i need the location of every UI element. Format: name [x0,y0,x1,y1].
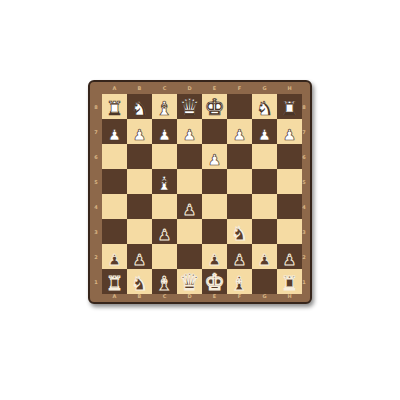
black-pawn-d4[interactable]: ♟ [183,203,196,218]
white-pawn-b7[interactable]: ♟ [133,128,146,143]
square-b3[interactable] [127,219,152,244]
square-b2[interactable]: ♟ [127,244,152,269]
square-d3[interactable] [177,219,202,244]
white-pawn-d7[interactable]: ♟ [183,128,196,143]
black-pawn-f2[interactable]: ♟ [233,253,246,268]
white-king-e8[interactable]: ♚ [204,96,225,119]
square-e5[interactable] [202,169,227,194]
square-e6[interactable]: ♟ [202,144,227,169]
square-a4[interactable] [102,194,127,219]
square-b5[interactable] [127,169,152,194]
square-f2[interactable]: ♟ [227,244,252,269]
square-a5[interactable] [102,169,127,194]
rank-label-left-2: 2 [91,244,101,269]
square-f6[interactable] [227,144,252,169]
square-c3[interactable]: ♟ [152,219,177,244]
square-g4[interactable] [252,194,277,219]
rank-label-right-4: 4 [299,194,309,219]
black-knight-b1[interactable]: ♞ [131,274,148,293]
rank-label-left-6: 6 [91,144,101,169]
square-f4[interactable] [227,194,252,219]
file-label-top-h: H [277,83,302,93]
white-pawn-g7[interactable]: ♟ [258,128,271,143]
square-d4[interactable]: ♟ [177,194,202,219]
board-grid: ♜♞♝♛♚♞♜♟♟♟♟♟♟♟♟♝♟♟♞♟♟♟♟♟♟♜♞♝♛♚♝♜ [102,94,302,294]
square-c4[interactable] [152,194,177,219]
square-g5[interactable] [252,169,277,194]
square-f3[interactable]: ♞ [227,219,252,244]
rank-label-left-4: 4 [91,194,101,219]
black-pawn-a2[interactable]: ♟ [108,253,121,268]
square-a6[interactable] [102,144,127,169]
square-e8[interactable]: ♚ [202,94,227,119]
rank-label-right-2: 2 [299,244,309,269]
rank-labels-right: 87654321 [299,94,309,294]
rank-label-right-1: 1 [299,269,309,294]
rank-label-left-8: 8 [91,94,101,119]
white-queen-d8[interactable]: ♛ [179,96,200,119]
white-pawn-c7[interactable]: ♟ [158,128,171,143]
rank-label-right-6: 6 [299,144,309,169]
square-c7[interactable]: ♟ [152,119,177,144]
file-label-top-c: C [152,83,177,93]
square-d7[interactable]: ♟ [177,119,202,144]
square-c6[interactable] [152,144,177,169]
square-e2[interactable]: ♟ [202,244,227,269]
rank-label-right-5: 5 [299,169,309,194]
file-labels-top: ABCDEFGH [102,83,302,93]
rank-label-right-8: 8 [299,94,309,119]
square-d1[interactable]: ♛ [177,269,202,294]
square-a3[interactable] [102,219,127,244]
file-label-top-f: F [227,83,252,93]
square-e7[interactable] [202,119,227,144]
square-f5[interactable] [227,169,252,194]
white-knight-b8[interactable]: ♞ [131,99,148,118]
file-label-bottom-g: G [252,291,277,301]
square-a7[interactable]: ♟ [102,119,127,144]
square-e1[interactable]: ♚ [202,269,227,294]
square-f7[interactable]: ♟ [227,119,252,144]
square-d2[interactable] [177,244,202,269]
white-pawn-a7[interactable]: ♟ [108,128,121,143]
white-pawn-e6[interactable]: ♟ [208,153,221,168]
chessboard: ABCDEFGH ABCDEFGH 87654321 87654321 ♜♞♝♛… [88,80,312,304]
square-c8[interactable]: ♝ [152,94,177,119]
square-b7[interactable]: ♟ [127,119,152,144]
black-pawn-e2[interactable]: ♟ [208,253,221,268]
square-c2[interactable] [152,244,177,269]
square-d6[interactable] [177,144,202,169]
square-g6[interactable] [252,144,277,169]
white-rook-h8[interactable]: ♜ [281,99,298,118]
white-knight-g8[interactable]: ♞ [256,99,273,118]
rank-labels-left: 87654321 [91,94,101,294]
rank-label-left-1: 1 [91,269,101,294]
black-queen-d1[interactable]: ♛ [179,271,200,294]
black-rook-h1[interactable]: ♜ [281,274,298,293]
file-label-top-g: G [252,83,277,93]
black-bishop-f1[interactable]: ♝ [231,274,248,293]
rank-label-right-7: 7 [299,119,309,144]
white-pawn-f7[interactable]: ♟ [233,128,246,143]
black-pawn-c3[interactable]: ♟ [158,228,171,243]
white-pawn-h7[interactable]: ♟ [283,128,296,143]
black-bishop-c1[interactable]: ♝ [156,274,173,293]
square-a8[interactable]: ♜ [102,94,127,119]
square-g2[interactable]: ♟ [252,244,277,269]
square-b6[interactable] [127,144,152,169]
black-pawn-h2[interactable]: ♟ [283,253,296,268]
square-f8[interactable] [227,94,252,119]
square-b4[interactable] [127,194,152,219]
square-d5[interactable] [177,169,202,194]
square-e4[interactable] [202,194,227,219]
file-label-top-e: E [202,83,227,93]
rank-label-left-5: 5 [91,169,101,194]
black-rook-a1[interactable]: ♜ [106,274,123,293]
file-label-top-b: B [127,83,152,93]
square-a2[interactable]: ♟ [102,244,127,269]
white-bishop-c8[interactable]: ♝ [156,99,173,118]
black-knight-f3[interactable]: ♞ [231,224,248,243]
square-g7[interactable]: ♟ [252,119,277,144]
rank-label-left-7: 7 [91,119,101,144]
file-label-top-a: A [102,83,127,93]
rank-label-right-3: 3 [299,219,309,244]
white-bishop-c5[interactable]: ♝ [156,174,173,193]
square-e3[interactable] [202,219,227,244]
square-c5[interactable]: ♝ [152,169,177,194]
black-pawn-g2[interactable]: ♟ [258,253,271,268]
rank-label-left-3: 3 [91,219,101,244]
square-d8[interactable]: ♛ [177,94,202,119]
square-g3[interactable] [252,219,277,244]
file-label-top-d: D [177,83,202,93]
black-pawn-b2[interactable]: ♟ [133,253,146,268]
square-b8[interactable]: ♞ [127,94,152,119]
white-rook-a8[interactable]: ♜ [106,99,123,118]
black-king-e1[interactable]: ♚ [204,271,225,294]
square-g8[interactable]: ♞ [252,94,277,119]
